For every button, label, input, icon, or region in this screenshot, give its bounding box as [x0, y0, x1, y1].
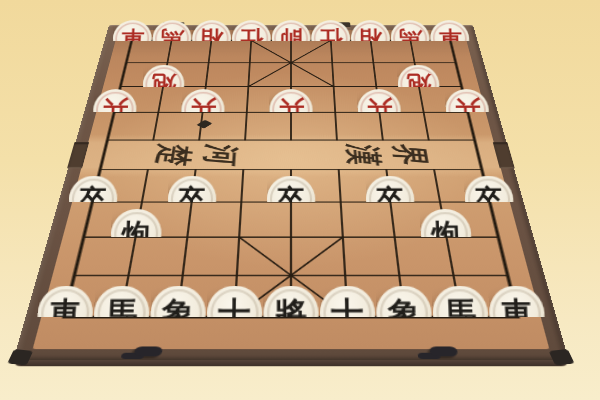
- piece-red-r3-f8[interactable]: 兵: [443, 99, 494, 126]
- piece-red-r0-f8[interactable]: 車: [428, 30, 473, 52]
- piece-disc[interactable]: 相: [351, 20, 391, 56]
- piece-disc[interactable]: 車: [430, 20, 470, 56]
- piece-disc[interactable]: 相: [192, 20, 232, 56]
- piece-disc[interactable]: 卒: [365, 175, 415, 222]
- piece-glyph: 相: [359, 28, 382, 49]
- piece-black-r9-f6[interactable]: 象: [374, 296, 436, 340]
- piece-red-r0-f1[interactable]: 馬: [149, 30, 193, 52]
- piece-glyph: 炮: [151, 73, 176, 96]
- piece-disc[interactable]: 卒: [68, 175, 119, 222]
- piece-glyph: 馬: [160, 28, 183, 49]
- piece-red-r3-f4[interactable]: 兵: [268, 99, 313, 126]
- piece-black-r9-f2[interactable]: 象: [146, 296, 208, 340]
- piece-disc[interactable]: 馬: [93, 285, 150, 340]
- piece-disc[interactable]: 馬: [390, 20, 430, 56]
- piece-red-r2-f1[interactable]: 炮: [139, 74, 186, 99]
- piece-red-r2-f7[interactable]: 炮: [396, 74, 443, 99]
- piece-glyph: 象: [387, 297, 420, 330]
- piece-disc[interactable]: 帥: [271, 20, 310, 56]
- piece-disc[interactable]: 車: [36, 285, 94, 340]
- piece-black-r6-f8[interactable]: 卒: [461, 186, 519, 220]
- piece-disc[interactable]: 兵: [92, 89, 137, 130]
- piece-disc[interactable]: 炮: [397, 65, 440, 104]
- piece-red-r0-f4[interactable]: 帥: [271, 30, 311, 52]
- piece-glyph: 士: [331, 297, 364, 330]
- piece-red-r0-f2[interactable]: 相: [190, 30, 232, 52]
- board-front-edge: [14, 360, 568, 366]
- piece-black-r6-f0[interactable]: 卒: [63, 186, 121, 220]
- piece-disc[interactable]: 象: [376, 285, 433, 340]
- piece-disc[interactable]: 炮: [110, 209, 162, 259]
- piece-disc[interactable]: 馬: [152, 20, 192, 56]
- piece-black-r9-f1[interactable]: 馬: [88, 296, 153, 340]
- piece-disc[interactable]: 卒: [267, 175, 316, 222]
- pieces-grid: 車馬相仕帥仕相馬車炮炮兵兵兵兵兵卒卒卒卒卒炮炮車馬象士將士象馬車: [30, 30, 553, 340]
- piece-glyph: 兵: [102, 98, 128, 122]
- piece-disc[interactable]: 兵: [269, 89, 312, 130]
- piece-red-r0-f3[interactable]: 仕: [230, 30, 271, 52]
- piece-disc[interactable]: 炮: [420, 209, 472, 259]
- piece-glyph: 炮: [121, 219, 152, 248]
- piece-glyph: 車: [48, 297, 82, 330]
- piece-disc[interactable]: 兵: [181, 89, 225, 130]
- piece-glyph: 兵: [366, 98, 392, 122]
- piece-black-r9-f4[interactable]: 將: [262, 296, 320, 340]
- piece-disc[interactable]: 士: [320, 285, 376, 340]
- piece-disc[interactable]: 馬: [432, 285, 489, 340]
- piece-glyph: 炮: [406, 73, 431, 96]
- xiangqi-board: 楚 河 漢 界 車馬相仕帥仕相馬車炮炮兵兵兵兵兵卒卒卒卒卒炮炮車馬象士將士象馬車: [13, 25, 569, 361]
- piece-disc[interactable]: 車: [488, 285, 546, 340]
- piece-red-r0-f0[interactable]: 車: [109, 30, 154, 52]
- piece-disc[interactable]: 車: [112, 20, 152, 56]
- piece-glyph: 象: [161, 297, 194, 330]
- piece-disc[interactable]: 士: [206, 285, 262, 340]
- piece-glyph: 卒: [474, 185, 504, 213]
- piece-glyph: 兵: [190, 98, 216, 122]
- piece-glyph: 馬: [105, 297, 139, 330]
- piece-disc[interactable]: 卒: [167, 175, 217, 222]
- piece-disc[interactable]: 兵: [357, 89, 401, 130]
- piece-red-r0-f5[interactable]: 仕: [311, 30, 352, 52]
- piece-glyph: 仕: [240, 28, 263, 49]
- piece-black-r7-f1[interactable]: 炮: [106, 219, 165, 256]
- piece-disc[interactable]: 仕: [311, 20, 350, 56]
- piece-glyph: 士: [218, 297, 251, 330]
- piece-black-r9-f8[interactable]: 車: [485, 296, 552, 340]
- piece-black-r9-f3[interactable]: 士: [204, 296, 263, 340]
- piece-disc[interactable]: 炮: [142, 65, 185, 104]
- piece-glyph: 車: [438, 28, 462, 49]
- piece-red-r0-f7[interactable]: 馬: [389, 30, 433, 52]
- piece-red-r0-f6[interactable]: 相: [350, 30, 392, 52]
- piece-glyph: 車: [500, 297, 534, 330]
- piece-black-r6-f2[interactable]: 卒: [164, 186, 218, 220]
- piece-black-r6-f4[interactable]: 卒: [266, 186, 317, 220]
- piece-glyph: 馬: [398, 28, 421, 49]
- piece-glyph: 相: [200, 28, 223, 49]
- piece-glyph: 卒: [375, 185, 404, 213]
- piece-black-r6-f6[interactable]: 卒: [364, 186, 418, 220]
- piece-glyph: 仕: [319, 28, 342, 49]
- piece-disc[interactable]: 將: [263, 285, 319, 340]
- piece-glyph: 馬: [444, 297, 478, 330]
- piece-red-r3-f0[interactable]: 兵: [88, 99, 139, 126]
- piece-black-r7-f7[interactable]: 炮: [418, 219, 477, 256]
- piece-glyph: 帥: [280, 28, 303, 49]
- piece-black-r9-f5[interactable]: 士: [319, 296, 378, 340]
- piece-glyph: 兵: [454, 98, 480, 122]
- piece-glyph: 將: [275, 297, 308, 330]
- piece-black-r9-f7[interactable]: 馬: [430, 296, 495, 340]
- piece-disc[interactable]: 兵: [445, 89, 490, 130]
- piece-glyph: 卒: [177, 185, 206, 213]
- piece-black-r9-f0[interactable]: 車: [30, 296, 97, 340]
- piece-red-r3-f6[interactable]: 兵: [356, 99, 403, 126]
- piece-disc[interactable]: 卒: [464, 175, 515, 222]
- piece-glyph: 兵: [278, 98, 303, 122]
- piece-disc[interactable]: 仕: [232, 20, 271, 56]
- piece-disc[interactable]: 象: [150, 285, 207, 340]
- piece-glyph: 炮: [431, 219, 462, 248]
- piece-glyph: 卒: [277, 185, 306, 213]
- piece-glyph: 卒: [78, 185, 108, 213]
- scene-background: 楚 河 漢 界 車馬相仕帥仕相馬車炮炮兵兵兵兵兵卒卒卒卒卒炮炮車馬象士將士象馬車: [0, 0, 600, 400]
- piece-glyph: 車: [120, 28, 144, 49]
